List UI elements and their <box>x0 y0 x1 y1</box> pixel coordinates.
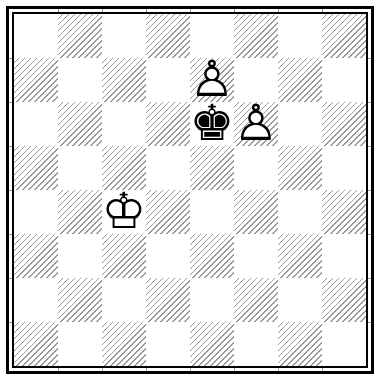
piece-fill-layer: ♚ <box>102 186 147 236</box>
square-g6[interactable] <box>278 102 322 146</box>
square-f7[interactable] <box>234 58 278 102</box>
square-e6[interactable]: ♚♚ <box>190 102 234 146</box>
square-g2[interactable] <box>278 278 322 322</box>
square-b4[interactable] <box>58 190 102 234</box>
square-c5[interactable] <box>102 146 146 190</box>
square-b8[interactable] <box>58 14 102 58</box>
square-g3[interactable] <box>278 234 322 278</box>
square-b2[interactable] <box>58 278 102 322</box>
square-f6[interactable]: ♟♙ <box>234 102 278 146</box>
square-a3[interactable] <box>14 234 58 278</box>
square-g7[interactable] <box>278 58 322 102</box>
square-f3[interactable] <box>234 234 278 278</box>
square-b7[interactable] <box>58 58 102 102</box>
square-d1[interactable] <box>146 322 190 366</box>
square-e7[interactable]: ♟♙ <box>190 58 234 102</box>
white-pawn-icon: ♙ <box>234 98 279 148</box>
square-h8[interactable] <box>322 14 366 58</box>
square-g5[interactable] <box>278 146 322 190</box>
square-f4[interactable] <box>234 190 278 234</box>
black-king-icon: ♚ <box>190 98 235 148</box>
square-c3[interactable] <box>102 234 146 278</box>
square-h2[interactable] <box>322 278 366 322</box>
square-c6[interactable] <box>102 102 146 146</box>
board-frame-gap: ♟♙♚♚♟♙♚♔ <box>9 9 371 371</box>
board-inner-border: ♟♙♚♚♟♙♚♔ <box>12 12 368 368</box>
square-h4[interactable] <box>322 190 366 234</box>
square-b5[interactable] <box>58 146 102 190</box>
white-king-c4[interactable]: ♚♔ <box>102 190 146 234</box>
square-h5[interactable] <box>322 146 366 190</box>
square-f8[interactable] <box>234 14 278 58</box>
square-d4[interactable] <box>146 190 190 234</box>
square-g1[interactable] <box>278 322 322 366</box>
square-f5[interactable] <box>234 146 278 190</box>
square-a8[interactable] <box>14 14 58 58</box>
piece-fill-layer: ♚ <box>190 98 235 148</box>
square-a5[interactable] <box>14 146 58 190</box>
square-c1[interactable] <box>102 322 146 366</box>
square-e2[interactable] <box>190 278 234 322</box>
square-d6[interactable] <box>146 102 190 146</box>
square-h6[interactable] <box>322 102 366 146</box>
square-g8[interactable] <box>278 14 322 58</box>
chess-board[interactable]: ♟♙♚♚♟♙♚♔ <box>14 14 366 366</box>
square-h3[interactable] <box>322 234 366 278</box>
square-d2[interactable] <box>146 278 190 322</box>
square-h7[interactable] <box>322 58 366 102</box>
square-a7[interactable] <box>14 58 58 102</box>
square-e8[interactable] <box>190 14 234 58</box>
square-g4[interactable] <box>278 190 322 234</box>
square-e5[interactable] <box>190 146 234 190</box>
white-pawn-f6[interactable]: ♟♙ <box>234 102 278 146</box>
square-b1[interactable] <box>58 322 102 366</box>
white-king-icon: ♔ <box>102 186 147 236</box>
piece-fill-layer: ♟ <box>234 98 279 148</box>
square-c8[interactable] <box>102 14 146 58</box>
square-e3[interactable] <box>190 234 234 278</box>
square-b3[interactable] <box>58 234 102 278</box>
piece-fill-layer: ♟ <box>190 54 235 104</box>
chess-diagram: ♟♙♚♚♟♙♚♔ <box>0 0 380 381</box>
square-d7[interactable] <box>146 58 190 102</box>
white-pawn-e7[interactable]: ♟♙ <box>190 58 234 102</box>
square-e4[interactable] <box>190 190 234 234</box>
square-c4[interactable]: ♚♔ <box>102 190 146 234</box>
square-f1[interactable] <box>234 322 278 366</box>
white-pawn-icon: ♙ <box>190 54 235 104</box>
square-h1[interactable] <box>322 322 366 366</box>
board-frame: ♟♙♚♚♟♙♚♔ <box>6 6 374 374</box>
square-a4[interactable] <box>14 190 58 234</box>
square-c7[interactable] <box>102 58 146 102</box>
square-d5[interactable] <box>146 146 190 190</box>
black-king-e6[interactable]: ♚♚ <box>190 102 234 146</box>
square-b6[interactable] <box>58 102 102 146</box>
square-c2[interactable] <box>102 278 146 322</box>
square-e1[interactable] <box>190 322 234 366</box>
square-d8[interactable] <box>146 14 190 58</box>
square-a6[interactable] <box>14 102 58 146</box>
square-a2[interactable] <box>14 278 58 322</box>
square-a1[interactable] <box>14 322 58 366</box>
square-d3[interactable] <box>146 234 190 278</box>
square-f2[interactable] <box>234 278 278 322</box>
